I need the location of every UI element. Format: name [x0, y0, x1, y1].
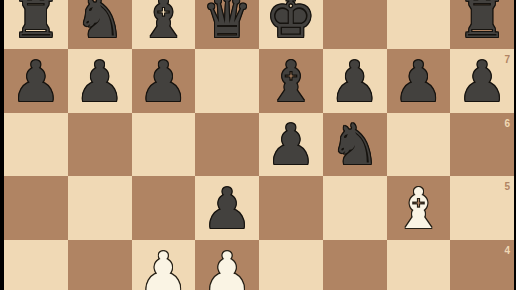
square-c8[interactable]: ♝ — [132, 0, 196, 49]
square-e5[interactable] — [259, 176, 323, 240]
black-pawn-g7[interactable]: ♟ — [393, 54, 443, 110]
square-f7[interactable]: ♟ — [323, 49, 387, 113]
square-d5[interactable]: ♟ — [195, 176, 259, 240]
black-bishop-c8[interactable]: ♝ — [138, 0, 188, 46]
black-rook-h8[interactable]: ♜ — [457, 0, 507, 46]
square-g8[interactable] — [387, 0, 451, 49]
chess-board: ♜♞♝♛♚♜♟♟♟♝♟♟♟♟♞♟♝♟♟7654 — [4, 0, 514, 290]
square-d6[interactable] — [195, 113, 259, 177]
square-g5[interactable]: ♝ — [387, 176, 451, 240]
black-king-e8[interactable]: ♚ — [266, 0, 316, 46]
square-b7[interactable]: ♟ — [68, 49, 132, 113]
square-a5[interactable] — [4, 176, 68, 240]
black-bishop-e7[interactable]: ♝ — [266, 54, 316, 110]
square-f5[interactable] — [323, 176, 387, 240]
square-e8[interactable]: ♚ — [259, 0, 323, 49]
square-g7[interactable]: ♟ — [387, 49, 451, 113]
square-e6[interactable]: ♟ — [259, 113, 323, 177]
square-e7[interactable]: ♝ — [259, 49, 323, 113]
black-pawn-f7[interactable]: ♟ — [330, 54, 380, 110]
square-g4[interactable] — [387, 240, 451, 290]
square-d4[interactable]: ♟ — [195, 240, 259, 290]
white-pawn-c4[interactable]: ♟ — [138, 245, 188, 290]
square-a6[interactable] — [4, 113, 68, 177]
square-c4[interactable]: ♟ — [132, 240, 196, 290]
black-pawn-d5[interactable]: ♟ — [202, 181, 252, 237]
black-pawn-a7[interactable]: ♟ — [11, 54, 61, 110]
square-b6[interactable] — [68, 113, 132, 177]
square-b5[interactable] — [68, 176, 132, 240]
square-d8[interactable]: ♛ — [195, 0, 259, 49]
square-c7[interactable]: ♟ — [132, 49, 196, 113]
black-rook-a8[interactable]: ♜ — [11, 0, 61, 46]
black-pawn-b7[interactable]: ♟ — [75, 54, 125, 110]
square-f6[interactable]: ♞ — [323, 113, 387, 177]
square-b4[interactable] — [68, 240, 132, 290]
square-h8[interactable]: ♜ — [450, 0, 514, 49]
black-queen-d8[interactable]: ♛ — [202, 0, 252, 46]
square-c5[interactable] — [132, 176, 196, 240]
black-knight-f6[interactable]: ♞ — [330, 117, 380, 173]
black-pawn-e6[interactable]: ♟ — [266, 117, 316, 173]
white-bishop-g5[interactable]: ♝ — [393, 181, 443, 237]
square-e4[interactable] — [259, 240, 323, 290]
black-pawn-h7[interactable]: ♟ — [457, 54, 507, 110]
rank-label-4: 4 — [504, 246, 510, 256]
square-c6[interactable] — [132, 113, 196, 177]
black-pawn-c7[interactable]: ♟ — [138, 54, 188, 110]
board-viewport: ♜♞♝♛♚♜♟♟♟♝♟♟♟♟♞♟♝♟♟7654 — [0, 0, 516, 290]
square-a7[interactable]: ♟ — [4, 49, 68, 113]
square-g6[interactable] — [387, 113, 451, 177]
square-a4[interactable] — [4, 240, 68, 290]
black-knight-b8[interactable]: ♞ — [75, 0, 125, 46]
rank-label-7: 7 — [504, 55, 510, 65]
square-f4[interactable] — [323, 240, 387, 290]
white-pawn-d4[interactable]: ♟ — [202, 245, 252, 290]
square-f8[interactable] — [323, 0, 387, 49]
square-a8[interactable]: ♜ — [4, 0, 68, 49]
square-d7[interactable] — [195, 49, 259, 113]
square-b8[interactable]: ♞ — [68, 0, 132, 49]
rank-label-6: 6 — [504, 119, 510, 129]
rank-label-5: 5 — [504, 182, 510, 192]
